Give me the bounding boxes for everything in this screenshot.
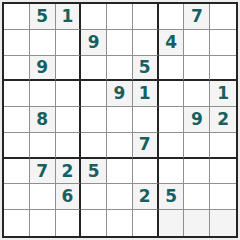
given-digit: 2 (62, 163, 74, 180)
given-digit: 9 (114, 85, 126, 102)
cell-r9c4[interactable] (81, 210, 107, 236)
cell-r7c5[interactable] (107, 159, 133, 185)
cell-r7c3[interactable]: 2 (56, 159, 82, 185)
cell-r2c5[interactable] (107, 30, 133, 56)
cell-r2c1[interactable] (4, 30, 30, 56)
cell-r4c4[interactable] (81, 81, 107, 107)
cell-r2c8[interactable] (184, 30, 210, 56)
cell-r1c4[interactable] (81, 4, 107, 30)
cell-r1c6[interactable] (133, 4, 159, 30)
cell-r6c5[interactable] (107, 133, 133, 159)
given-digit: 5 (88, 163, 100, 180)
given-digit: 9 (36, 59, 48, 76)
cell-r7c2[interactable]: 7 (30, 159, 56, 185)
cell-r5c9[interactable]: 2 (210, 107, 236, 133)
cell-r8c6[interactable]: 2 (133, 184, 159, 210)
cell-r7c6[interactable] (133, 159, 159, 185)
given-digit: 7 (139, 136, 151, 153)
sudoku-widget: 51794959118927725625 (0, 0, 240, 240)
cell-r4c2[interactable] (30, 81, 56, 107)
cell-r9c1[interactable] (4, 210, 30, 236)
cell-r3c6[interactable]: 5 (133, 56, 159, 82)
cell-r4c6[interactable]: 1 (133, 81, 159, 107)
cell-r7c4[interactable]: 5 (81, 159, 107, 185)
cell-r3c5[interactable] (107, 56, 133, 82)
cell-r1c8[interactable]: 7 (184, 4, 210, 30)
given-digit: 2 (139, 188, 151, 205)
cell-r6c1[interactable] (4, 133, 30, 159)
cell-r9c6[interactable] (133, 210, 159, 236)
cell-r5c5[interactable] (107, 107, 133, 133)
cell-r5c4[interactable] (81, 107, 107, 133)
cell-r1c5[interactable] (107, 4, 133, 30)
given-digit: 6 (62, 188, 74, 205)
cell-r2c9[interactable] (210, 30, 236, 56)
given-digit: 7 (191, 8, 203, 25)
cell-r7c1[interactable] (4, 159, 30, 185)
cell-r7c7[interactable] (159, 159, 185, 185)
cell-r9c8[interactable] (184, 210, 210, 236)
cell-r2c6[interactable] (133, 30, 159, 56)
cell-r4c3[interactable] (56, 81, 82, 107)
sudoku-board: 51794959118927725625 (2, 2, 238, 238)
cell-r2c2[interactable] (30, 30, 56, 56)
cell-r8c4[interactable] (81, 184, 107, 210)
cell-r4c1[interactable] (4, 81, 30, 107)
cell-r7c9[interactable] (210, 159, 236, 185)
cell-r5c2[interactable]: 8 (30, 107, 56, 133)
cell-r4c8[interactable] (184, 81, 210, 107)
cell-r6c7[interactable] (159, 133, 185, 159)
cell-r3c1[interactable] (4, 56, 30, 82)
cell-r6c3[interactable] (56, 133, 82, 159)
cell-r9c2[interactable] (30, 210, 56, 236)
cell-r6c9[interactable] (210, 133, 236, 159)
cell-r3c7[interactable] (159, 56, 185, 82)
cell-r8c9[interactable] (210, 184, 236, 210)
cell-r8c1[interactable] (4, 184, 30, 210)
cell-r5c6[interactable] (133, 107, 159, 133)
cell-r8c3[interactable]: 6 (56, 184, 82, 210)
cell-r8c8[interactable] (184, 184, 210, 210)
given-digit: 1 (139, 85, 151, 102)
cell-r6c2[interactable] (30, 133, 56, 159)
cell-r7c8[interactable] (184, 159, 210, 185)
cell-r5c3[interactable] (56, 107, 82, 133)
cell-r1c9[interactable] (210, 4, 236, 30)
cell-r4c9[interactable]: 1 (210, 81, 236, 107)
cell-r8c2[interactable] (30, 184, 56, 210)
cell-r1c3[interactable]: 1 (56, 4, 82, 30)
cell-r5c1[interactable] (4, 107, 30, 133)
cell-r1c1[interactable] (4, 4, 30, 30)
cell-r4c7[interactable] (159, 81, 185, 107)
given-digit: 1 (62, 8, 74, 25)
given-digit: 5 (165, 188, 177, 205)
given-digit: 5 (139, 59, 151, 76)
cell-r2c7[interactable]: 4 (159, 30, 185, 56)
given-digit: 8 (36, 111, 48, 128)
given-digit: 5 (36, 8, 48, 25)
given-digit: 7 (36, 163, 48, 180)
cell-r6c4[interactable] (81, 133, 107, 159)
cell-r1c7[interactable] (159, 4, 185, 30)
given-digit: 1 (217, 85, 229, 102)
cell-r9c7[interactable] (159, 210, 185, 236)
cell-r2c4[interactable]: 9 (81, 30, 107, 56)
cell-r6c8[interactable] (184, 133, 210, 159)
given-digit: 2 (217, 111, 229, 128)
given-digit: 9 (88, 34, 100, 51)
cell-r4c5[interactable]: 9 (107, 81, 133, 107)
cell-r3c2[interactable]: 9 (30, 56, 56, 82)
cell-r5c8[interactable]: 9 (184, 107, 210, 133)
cell-r3c9[interactable] (210, 56, 236, 82)
cell-r5c7[interactable] (159, 107, 185, 133)
cell-r8c7[interactable]: 5 (159, 184, 185, 210)
given-digit: 9 (191, 111, 203, 128)
cell-r3c4[interactable] (81, 56, 107, 82)
cell-r3c3[interactable] (56, 56, 82, 82)
cell-r6c6[interactable]: 7 (133, 133, 159, 159)
given-digit: 4 (165, 34, 177, 51)
cell-r9c9[interactable] (210, 210, 236, 236)
cell-r2c3[interactable] (56, 30, 82, 56)
cell-r3c8[interactable] (184, 56, 210, 82)
cell-r9c3[interactable] (56, 210, 82, 236)
cell-r8c5[interactable] (107, 184, 133, 210)
cell-r9c5[interactable] (107, 210, 133, 236)
cell-r1c2[interactable]: 5 (30, 4, 56, 30)
